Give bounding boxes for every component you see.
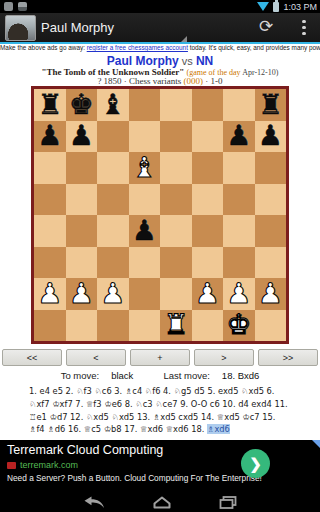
square-a4 xyxy=(34,215,66,247)
overflow-menu-icon[interactable] xyxy=(298,18,310,37)
black-bishop: ♝ xyxy=(100,91,125,119)
square-e8 xyxy=(160,89,192,121)
square-f1 xyxy=(192,310,224,342)
square-e1: ♜ xyxy=(160,310,192,342)
square-b8: ♚ xyxy=(66,89,98,121)
white-rook: ♜ xyxy=(163,311,188,339)
square-e2 xyxy=(160,278,192,310)
square-c1 xyxy=(97,310,129,342)
black-king: ♚ xyxy=(69,91,94,119)
square-d8 xyxy=(129,89,161,121)
square-g5 xyxy=(223,184,255,216)
white-player-link[interactable]: Paul Morphy xyxy=(107,54,179,68)
square-b3 xyxy=(66,247,98,279)
white-pawn: ♟ xyxy=(69,280,94,308)
last-move-value: 18. Bxd6 xyxy=(222,370,260,381)
square-g8 xyxy=(223,89,255,121)
move-navigation: << < + > >> xyxy=(2,349,318,366)
last-move-button[interactable]: >> xyxy=(258,349,318,366)
square-a5 xyxy=(34,184,66,216)
square-e5 xyxy=(160,184,192,216)
ad-strip-text-suffix: today. It's quick, easy, and provides ma… xyxy=(188,44,320,51)
black-rook: ♜ xyxy=(258,91,283,119)
to-move-label: To move: xyxy=(61,370,100,381)
square-b1 xyxy=(66,310,98,342)
square-c6 xyxy=(97,152,129,184)
square-g1: ♚ xyxy=(223,310,255,342)
square-h4 xyxy=(255,215,287,247)
square-h8: ♜ xyxy=(255,89,287,121)
square-e7 xyxy=(160,121,192,153)
prev-move-button[interactable]: < xyxy=(66,349,126,366)
eco-link[interactable]: (000) xyxy=(184,76,204,86)
advertiser-favicon xyxy=(7,462,16,469)
square-b7: ♟ xyxy=(66,121,98,153)
square-d7 xyxy=(129,121,161,153)
ad-tagline: Need a Server? Push a Button. Cloud Comp… xyxy=(7,473,262,483)
white-pawn: ♟ xyxy=(195,280,220,308)
square-g4 xyxy=(223,215,255,247)
refresh-icon[interactable]: ⟳ xyxy=(254,15,278,39)
ad-choices-icon[interactable] xyxy=(312,440,320,448)
ad-headline[interactable]: Terremark Cloud Computing xyxy=(7,443,163,457)
white-pawn: ♟ xyxy=(226,280,251,308)
square-b2: ♟ xyxy=(66,278,98,310)
square-f5 xyxy=(192,184,224,216)
ad-cta-chevron-icon[interactable]: ❯ xyxy=(241,449,270,478)
app-bar: Paul Morphy ⟳ xyxy=(0,13,320,44)
square-d3 xyxy=(129,247,161,279)
first-move-button[interactable]: << xyxy=(2,349,62,366)
vs-label: vs xyxy=(179,55,196,67)
status-bar: 1:03 PM xyxy=(0,0,320,13)
next-move-button[interactable]: > xyxy=(194,349,254,366)
square-f7 xyxy=(192,121,224,153)
player-photo[interactable] xyxy=(5,15,36,41)
white-pawn: ♟ xyxy=(100,280,125,308)
ad-strip-text: Make the above ads go away: xyxy=(0,44,87,51)
back-icon[interactable] xyxy=(83,496,105,509)
square-f3 xyxy=(192,247,224,279)
square-h6 xyxy=(255,152,287,184)
square-d5 xyxy=(129,184,161,216)
spinner-dropdown-icon[interactable] xyxy=(181,36,187,42)
notification-icon xyxy=(4,2,13,11)
to-move-value: black xyxy=(111,370,133,381)
black-pawn: ♟ xyxy=(69,122,94,150)
square-c8: ♝ xyxy=(97,89,129,121)
square-a2: ♟ xyxy=(34,278,66,310)
square-h2: ♟ xyxy=(255,278,287,310)
square-a7: ♟ xyxy=(34,121,66,153)
square-h7: ♟ xyxy=(255,121,287,153)
android-nav-bar xyxy=(0,492,320,512)
square-c3 xyxy=(97,247,129,279)
black-pawn: ♟ xyxy=(132,217,157,245)
home-icon[interactable] xyxy=(153,496,171,509)
square-e3 xyxy=(160,247,192,279)
square-h3 xyxy=(255,247,287,279)
square-b5 xyxy=(66,184,98,216)
square-f4 xyxy=(192,215,224,247)
screenshot-notification-icon xyxy=(18,2,27,11)
square-e6 xyxy=(160,152,192,184)
last-move-label: Last move: xyxy=(163,370,209,381)
move-list-text: 1. e4 e5 2. ♘f3 ♘c6 3. ♗c4 ♘f6 4. ♘g5 d5… xyxy=(29,386,288,434)
game-meta-line: ? 1850 · Chess variants (000) · 1-0 xyxy=(0,76,320,86)
square-f8 xyxy=(192,89,224,121)
square-c5 xyxy=(97,184,129,216)
black-rook: ♜ xyxy=(37,91,62,119)
game-result: · 1-0 xyxy=(203,76,223,86)
square-g2: ♟ xyxy=(223,278,255,310)
square-c4 xyxy=(97,215,129,247)
square-d1 xyxy=(129,310,161,342)
black-pawn: ♟ xyxy=(226,122,251,150)
add-move-button[interactable]: + xyxy=(130,349,190,366)
square-c7 xyxy=(97,121,129,153)
ad-banner[interactable]: Terremark Cloud Computing terremark.com … xyxy=(0,440,320,492)
ad-domain[interactable]: terremark.com xyxy=(20,460,78,470)
square-b4 xyxy=(66,215,98,247)
square-h1 xyxy=(255,310,287,342)
game-meta: ? 1850 · Chess variants xyxy=(97,76,183,86)
square-g7: ♟ xyxy=(223,121,255,153)
current-move[interactable]: ♗xd6 xyxy=(207,424,230,434)
move-list[interactable]: 1. e4 e5 2. ♘f3 ♘c6 3. ♗c4 ♘f6 4. ♘g5 d5… xyxy=(29,385,292,436)
square-d2 xyxy=(129,278,161,310)
square-a6 xyxy=(34,152,66,184)
black-player-link[interactable]: NN xyxy=(196,54,213,68)
square-e4 xyxy=(160,215,192,247)
register-account-link[interactable]: register a free chessgames account xyxy=(87,44,188,51)
white-king: ♚ xyxy=(226,311,251,339)
square-h5 xyxy=(255,184,287,216)
app-title[interactable]: Paul Morphy xyxy=(41,20,114,35)
white-pawn: ♟ xyxy=(258,280,283,308)
square-g6 xyxy=(223,152,255,184)
square-c2: ♟ xyxy=(97,278,129,310)
wifi-icon xyxy=(257,2,269,11)
square-d6: ♝ xyxy=(129,152,161,184)
black-pawn: ♟ xyxy=(37,122,62,150)
recents-icon[interactable] xyxy=(219,496,237,509)
clock: 1:03 PM xyxy=(283,2,317,12)
square-f2: ♟ xyxy=(192,278,224,310)
square-f6 xyxy=(192,152,224,184)
square-d4: ♟ xyxy=(129,215,161,247)
square-a3 xyxy=(34,247,66,279)
move-status-line: To move: black Last move: 18. Bxd6 xyxy=(0,370,320,381)
square-b6 xyxy=(66,152,98,184)
white-bishop: ♝ xyxy=(132,154,157,182)
square-a1 xyxy=(34,310,66,342)
square-a8: ♜ xyxy=(34,89,66,121)
square-g3 xyxy=(223,247,255,279)
white-pawn: ♟ xyxy=(37,280,62,308)
black-pawn: ♟ xyxy=(258,122,283,150)
chess-board: ♜♚♝♜♟♟♟♟♝♟♟♟♟♟♟♟♜♚ xyxy=(31,86,289,344)
game-players-heading: Paul Morphy vs NN xyxy=(0,54,320,68)
battery-icon xyxy=(273,2,279,12)
ad-strip: Make the above ads go away: register a f… xyxy=(0,44,320,54)
